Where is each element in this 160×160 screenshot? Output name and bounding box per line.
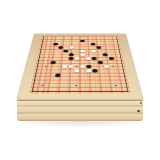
go-board-grid[interactable]: ●●●●●●●●●●●●●●●●●●●●●●●●●●●● <box>29 36 130 94</box>
intersection-16-8[interactable]: ● <box>108 56 114 60</box>
star-point <box>109 44 111 45</box>
intersection-10-11[interactable]: ● <box>74 68 80 72</box>
wood-knot-icon <box>137 110 140 112</box>
intersection-13-6[interactable]: ● <box>91 49 97 53</box>
intersection-9-5[interactable]: ● <box>69 46 75 49</box>
white-stone[interactable]: ● <box>74 56 80 60</box>
intersection-6-9[interactable]: ● <box>50 60 56 64</box>
star-point <box>77 44 78 45</box>
intersection-10-8[interactable]: ● <box>74 56 80 60</box>
black-stone[interactable]: ● <box>55 73 62 78</box>
black-stone[interactable]: ● <box>92 68 98 72</box>
white-stone[interactable]: ● <box>69 45 75 48</box>
black-stone[interactable]: ● <box>108 56 114 60</box>
board-front-edge <box>17 100 143 121</box>
white-stone[interactable]: ● <box>91 49 97 53</box>
star-point <box>76 66 78 67</box>
white-stone[interactable]: ● <box>74 68 80 72</box>
intersection-19-19[interactable] <box>127 91 131 93</box>
corner-mark-icon <box>140 102 142 104</box>
black-stone[interactable]: ● <box>50 60 56 64</box>
product-photo: ●●●●●●●●●●●●●●●●●●●●●●●●●●●● <box>0 0 160 160</box>
go-board-tray: ●●●●●●●●●●●●●●●●●●●●●●●●●●●● <box>17 34 143 100</box>
star-point <box>112 66 114 67</box>
intersection-10-19[interactable] <box>73 91 80 93</box>
intersection-11-3[interactable]: ● <box>80 39 85 42</box>
black-stone[interactable]: ● <box>96 45 102 48</box>
intersection-7-12[interactable]: ● <box>55 73 62 78</box>
black-stone[interactable]: ● <box>80 39 85 42</box>
intersection-14-5[interactable]: ● <box>96 46 102 49</box>
intersection-13-11[interactable]: ● <box>92 68 98 72</box>
intersection-15-10[interactable]: ● <box>104 64 111 68</box>
white-stone[interactable]: ● <box>104 64 111 68</box>
